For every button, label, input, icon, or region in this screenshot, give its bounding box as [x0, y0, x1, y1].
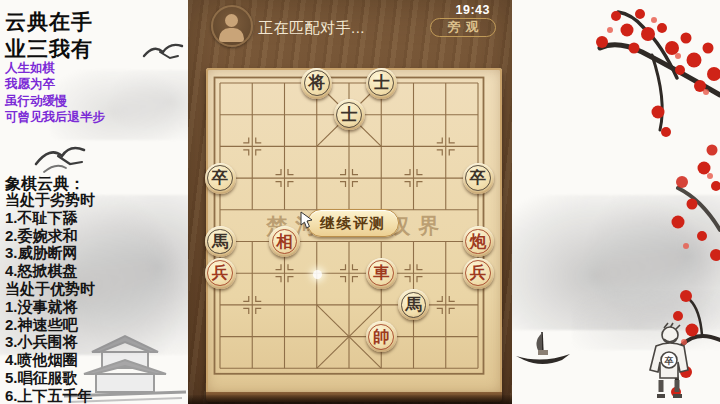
- right-overlay-panel: 卒 业三守门员 天天象棋 路边摊老云 办卡约战 棋社号： 113163: [512, 0, 720, 404]
- black-piece-士[interactable]: 士: [366, 68, 397, 99]
- poem-line: 人生如棋: [5, 60, 105, 76]
- tip-line: 2.委婉求和: [5, 227, 95, 245]
- black-piece-馬[interactable]: 馬: [205, 226, 236, 257]
- black-piece-卒[interactable]: 卒: [205, 163, 236, 194]
- poem-line: 虽行动缓慢: [5, 93, 105, 109]
- tip-line: 4.喷他烟圈: [5, 351, 95, 369]
- red-piece-兵[interactable]: 兵: [205, 258, 236, 289]
- red-piece-相[interactable]: 相: [269, 226, 300, 257]
- avatar-silhouette-icon: [225, 14, 238, 27]
- poem-line: 可曾见我后退半步: [5, 109, 105, 125]
- crane-icon: [140, 38, 186, 68]
- red-piece-帥[interactable]: 帥: [366, 321, 397, 352]
- tip-line: 1.没事就将: [5, 298, 95, 316]
- left-tips-list: 当处于劣势时1.不耻下舔2.委婉求和3.威胁断网4.怒掀棋盘当处于优势时1.没事…: [5, 191, 95, 404]
- mascot-figure: 卒: [642, 322, 698, 404]
- svg-text:卒: 卒: [664, 356, 674, 366]
- mouse-cursor-icon: [300, 211, 316, 229]
- tip-line: 6.上下五千年: [5, 387, 95, 404]
- continue-eval-button[interactable]: 继续评测: [307, 209, 399, 237]
- bottom-shadow: [188, 395, 512, 404]
- ink-mountains-right: [512, 195, 720, 330]
- stream-layout: 云典在手 业三我有 人生如棋我愿为卒虽行动缓慢可曾见我后退半步 象棋云典： 当处…: [0, 0, 720, 404]
- black-piece-馬[interactable]: 馬: [398, 289, 429, 320]
- black-piece-士[interactable]: 士: [334, 99, 365, 130]
- clock-time: 19:43: [456, 3, 490, 17]
- tip-line: 当处于优势时: [5, 280, 95, 298]
- matching-status-text: 正在匹配对手...: [258, 19, 365, 38]
- tip-line: 4.怒掀棋盘: [5, 262, 95, 280]
- black-piece-将[interactable]: 将: [301, 68, 332, 99]
- poem-line: 我愿为卒: [5, 76, 105, 92]
- red-piece-兵[interactable]: 兵: [463, 258, 494, 289]
- player-avatar[interactable]: [211, 5, 253, 47]
- tip-line: 1.不耻下舔: [5, 209, 95, 227]
- water-mist: [572, 290, 720, 350]
- spectate-button[interactable]: 旁观: [430, 18, 496, 37]
- plum-blossom-painting: [582, 0, 720, 404]
- tip-line: 当处于劣势时: [5, 191, 95, 209]
- xiangqi-app-window: 正在匹配对手... 19:43 旁观 楚河汉界 将士士卒卒馬馬相炮兵車兵帥 继续…: [188, 0, 512, 404]
- red-piece-炮[interactable]: 炮: [463, 226, 494, 257]
- boat-drawing: [512, 328, 576, 368]
- tip-line: 2.神速些吧: [5, 316, 95, 334]
- tip-line: 3.小兵围将: [5, 333, 95, 351]
- tip-line: 5.唱征服歌: [5, 369, 95, 387]
- move-highlight-dot: [313, 270, 322, 279]
- app-topbar: 正在匹配对手... 19:43 旁观: [188, 0, 512, 60]
- left-title: 云典在手 业三我有: [5, 8, 93, 62]
- red-piece-車[interactable]: 車: [366, 258, 397, 289]
- black-piece-卒[interactable]: 卒: [463, 163, 494, 194]
- tip-line: 3.威胁断网: [5, 244, 95, 262]
- left-overlay-panel: 云典在手 业三我有 人生如棋我愿为卒虽行动缓慢可曾见我后退半步 象棋云典： 当处…: [0, 0, 188, 404]
- left-poem: 人生如棋我愿为卒虽行动缓慢可曾见我后退半步: [5, 60, 105, 125]
